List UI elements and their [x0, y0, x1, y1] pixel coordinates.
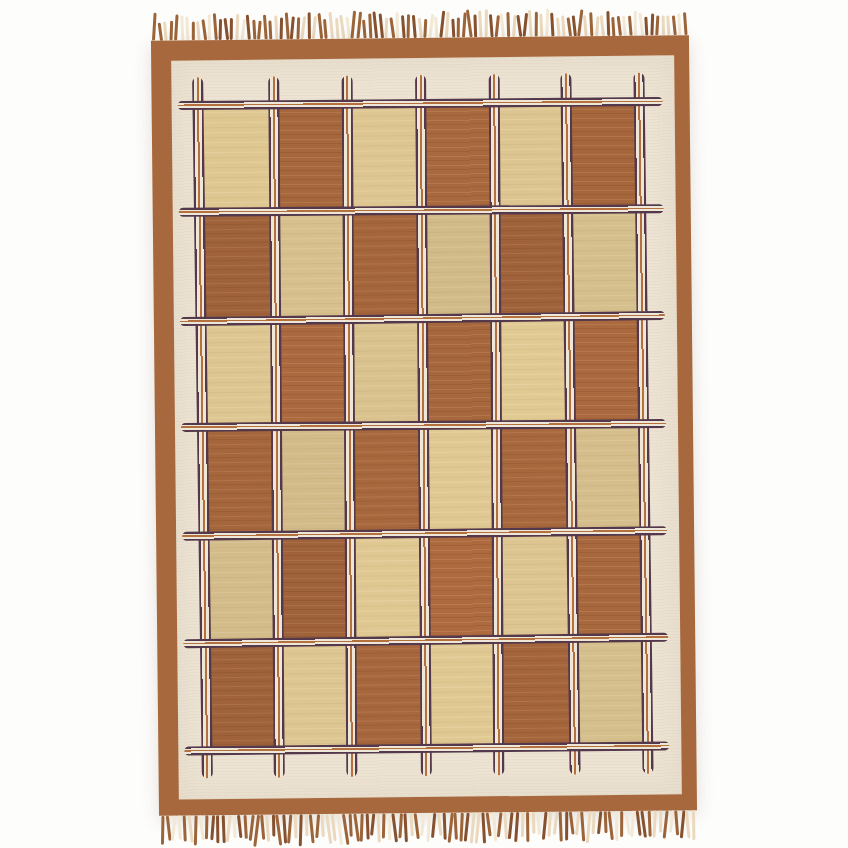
board-cell — [347, 211, 422, 319]
fringe-strand — [392, 813, 399, 842]
fringe-strand — [624, 811, 630, 835]
board-cell — [571, 531, 646, 639]
fringe-strand — [339, 15, 345, 39]
fringe-strand — [611, 16, 615, 36]
fringe-strand — [237, 815, 242, 838]
fringe-strand — [436, 813, 442, 836]
board-cell — [274, 211, 349, 319]
fringe-strand — [561, 16, 565, 37]
fringe-strand — [263, 15, 268, 40]
fringe-strand — [309, 814, 315, 843]
fringe-strand — [260, 815, 265, 840]
fringe-strand — [401, 15, 406, 38]
board-cell — [423, 425, 498, 533]
fringe-strand — [545, 9, 549, 37]
board-cell — [276, 426, 351, 534]
fringe-strand — [569, 811, 575, 834]
fringe-strand — [672, 15, 677, 36]
fringe-strand — [645, 16, 649, 35]
fringe-strand — [531, 812, 535, 834]
fringe-strand — [669, 810, 674, 832]
fringe-strand — [216, 815, 219, 843]
fringe-strand — [565, 812, 568, 841]
board-cell — [424, 532, 499, 640]
fringe-strand — [198, 815, 205, 840]
fringe-strand — [514, 812, 519, 842]
fringe-strand — [370, 813, 375, 835]
fringe-strand — [161, 816, 165, 845]
fringe-strand — [586, 811, 592, 843]
fringe-strand — [600, 15, 605, 36]
fringe-strand — [362, 19, 367, 38]
fringe-strand — [630, 811, 635, 837]
fringe-strand — [616, 16, 621, 36]
fringe-strand — [526, 812, 529, 842]
fringe-strand — [398, 813, 403, 838]
fringe-strand — [257, 20, 262, 39]
board-cell — [498, 531, 573, 639]
board-cell — [422, 317, 497, 425]
fringe-strand — [445, 12, 450, 38]
fringe-strand — [356, 12, 362, 39]
fringe-strand — [656, 15, 660, 35]
board-cell — [572, 638, 647, 746]
fringe-strand — [522, 12, 528, 37]
fringe-strand — [506, 12, 510, 37]
fringe-strand — [423, 19, 427, 38]
fringe-strand — [157, 22, 162, 41]
fringe-strand — [592, 811, 596, 834]
fringe-strand — [462, 12, 467, 37]
fringe-strand — [365, 814, 369, 840]
board-cell — [204, 535, 279, 643]
fringe-strand — [516, 15, 522, 37]
fringe-strand — [607, 811, 614, 841]
fringe-strand — [659, 811, 662, 833]
fringe-strand — [412, 15, 417, 38]
fringe-strand — [566, 17, 572, 36]
fringe-strand — [323, 18, 328, 39]
fringe-strand — [246, 15, 251, 40]
fringe-strand — [539, 14, 543, 37]
fringe-strand — [661, 15, 664, 35]
fringe-strand — [489, 14, 494, 38]
fringe-strand — [512, 15, 516, 37]
fringe-strand — [315, 814, 320, 838]
fringe-strand — [185, 17, 189, 41]
fringe-strand — [180, 15, 184, 40]
fringe-strand — [385, 18, 389, 39]
fringe-strand — [678, 14, 682, 36]
fringe-strand — [580, 811, 585, 842]
fringe-strand — [420, 813, 425, 837]
board-cell — [569, 316, 644, 424]
fringe-strand — [485, 10, 488, 38]
board-cell — [421, 210, 496, 318]
fringe-strand — [404, 813, 408, 843]
fringe-strand — [475, 812, 481, 843]
fringe-strand — [335, 17, 340, 39]
fringe-strand — [265, 815, 270, 843]
board-cell — [205, 642, 280, 750]
fringe-strand — [240, 19, 246, 40]
fringe-strand — [597, 811, 602, 834]
fringe-strand — [396, 12, 399, 38]
fringe-strand — [628, 16, 633, 36]
fringe-strand — [280, 18, 284, 40]
fringe-strand — [213, 13, 218, 40]
fringe-strand — [428, 13, 434, 38]
fringe-strand — [382, 813, 386, 838]
board-cell — [567, 101, 642, 209]
fringe-strand — [407, 14, 410, 38]
board-cell — [351, 533, 426, 641]
fringe-strand — [653, 811, 658, 839]
fringe-strand — [447, 813, 453, 843]
fringe-strand — [647, 811, 651, 838]
fringe-strand — [299, 814, 303, 846]
fringe-strand — [478, 10, 482, 37]
rug-photo — [151, 5, 698, 848]
fringe-strand — [177, 816, 181, 840]
fringe-strand — [577, 9, 583, 36]
fringe-strand — [466, 10, 473, 38]
rug-field — [171, 55, 682, 799]
fringe-strand — [550, 13, 554, 37]
fringe-strand — [351, 11, 357, 39]
fringe-strand — [171, 816, 177, 841]
board-cell — [499, 639, 574, 747]
fringe-strand — [606, 11, 610, 36]
board-cell — [278, 641, 353, 749]
board-cell — [275, 319, 350, 427]
fringe-strand — [274, 16, 278, 40]
fringe-strand — [210, 815, 215, 841]
fringe-strand — [317, 13, 323, 39]
fringe-strand — [500, 13, 505, 37]
fringe-strand — [376, 813, 380, 843]
fringe-strand — [451, 18, 455, 37]
fringe-strand — [603, 811, 607, 833]
fringe-strand — [556, 17, 561, 37]
fringe-strand — [321, 814, 325, 837]
photo-background — [0, 0, 848, 848]
fringe-strand — [683, 12, 688, 36]
fringe-strand — [219, 19, 223, 40]
fringe-strand — [615, 811, 618, 841]
fringe-strand — [388, 813, 391, 840]
fringe-strand — [285, 12, 290, 39]
fringe-strand — [312, 16, 317, 39]
board-cell — [348, 318, 423, 426]
board-cell — [202, 427, 277, 535]
board-cell — [352, 640, 427, 748]
board-cell — [277, 534, 352, 642]
board-cell — [346, 103, 421, 211]
fringe-strand — [575, 811, 580, 835]
fringe-strand — [685, 810, 691, 838]
fringe-strand — [235, 13, 239, 40]
fringe-strand — [595, 16, 599, 36]
fringe-strand — [443, 813, 447, 841]
fringe-strand — [439, 11, 445, 38]
fringe-strand — [368, 14, 372, 39]
board-cell — [273, 104, 348, 212]
fringe-strand — [534, 12, 537, 37]
fringe-strand — [328, 12, 334, 39]
fringe-strand — [431, 813, 436, 838]
fringe-strand — [583, 15, 588, 36]
fringe-strand — [417, 18, 422, 38]
board-cell — [420, 102, 495, 210]
fringe-strand — [692, 810, 695, 840]
fringe-strand — [252, 20, 256, 40]
board-cell — [570, 423, 645, 531]
fringe-strand — [360, 814, 364, 842]
fringe-strand — [492, 812, 497, 841]
fringe-strand — [174, 14, 179, 40]
fringe-strand — [163, 21, 168, 41]
fringe-strand — [378, 14, 383, 39]
fringe-strand — [194, 815, 198, 845]
fringe-strand — [226, 815, 232, 843]
board-cell — [496, 424, 571, 532]
fringe-strand — [457, 18, 460, 38]
fringe-strand — [243, 815, 247, 839]
fringe-strand — [497, 812, 503, 837]
fringe-strand — [201, 19, 207, 41]
fringe-strand — [169, 20, 173, 40]
fringe-strand — [650, 14, 654, 36]
fringe-strand — [620, 811, 623, 837]
fringe-strand — [301, 17, 307, 40]
fringe-strand — [589, 12, 593, 36]
fringe-strand — [548, 812, 552, 837]
fringe-strand — [183, 815, 187, 841]
board-cell — [494, 209, 569, 317]
fringe-strand — [296, 17, 300, 39]
fringe-strand — [192, 21, 195, 40]
fringe-strand — [152, 13, 157, 41]
fringe-strand — [196, 22, 201, 41]
fringe-strand — [223, 18, 229, 40]
board-cell — [568, 208, 643, 316]
fringe-strand — [349, 814, 353, 837]
bottom-fringe — [159, 810, 697, 848]
fringe-strand — [253, 815, 260, 847]
fringe-strand — [622, 16, 627, 36]
fringe-strand — [508, 812, 514, 839]
fringe-strand — [373, 11, 379, 38]
fringe-strand — [233, 815, 237, 838]
fringe-strand — [528, 10, 533, 37]
rug-border-band — [151, 35, 697, 816]
board-cell — [495, 316, 570, 424]
board-cell — [201, 320, 276, 428]
fringe-strand — [634, 11, 637, 36]
fringe-strand — [275, 814, 282, 846]
fringe-strand — [290, 16, 295, 40]
fringe-strand — [454, 813, 459, 840]
fringe-strand — [495, 15, 500, 37]
fringe-strand — [459, 813, 463, 842]
fringe-strand — [473, 15, 477, 38]
fringe-strand — [464, 812, 470, 841]
board-cell — [493, 101, 568, 209]
fringe-strand — [663, 810, 669, 838]
fringe-strand — [520, 812, 524, 837]
fringe-strand — [230, 18, 233, 40]
fringe-strand — [638, 12, 644, 35]
board-cell — [199, 105, 274, 213]
fringe-strand — [541, 812, 547, 840]
fringe-strand — [282, 814, 287, 843]
fringe-strand — [353, 814, 360, 842]
fringe-strand — [667, 15, 671, 35]
fringe-strand — [307, 12, 310, 39]
fringe-strand — [205, 815, 208, 839]
fringe-strand — [287, 814, 292, 843]
fringe-strand — [269, 20, 273, 39]
board-cell — [425, 640, 500, 748]
fringe-strand — [187, 815, 193, 842]
fringe-strand — [272, 815, 275, 837]
fringe-strand — [486, 812, 492, 836]
fringe-strand — [208, 15, 211, 41]
board-cell — [200, 212, 275, 320]
fringe-strand — [434, 17, 438, 38]
board-cell — [349, 426, 424, 534]
fringe-strand — [305, 814, 309, 836]
fringe-strand — [426, 813, 430, 842]
fringe-strand — [552, 812, 558, 836]
fringe-strand — [536, 812, 541, 835]
fringe-strand — [294, 814, 298, 838]
fringe-strand — [559, 812, 563, 842]
fringe-strand — [675, 810, 680, 835]
fringe-strand — [389, 18, 395, 39]
